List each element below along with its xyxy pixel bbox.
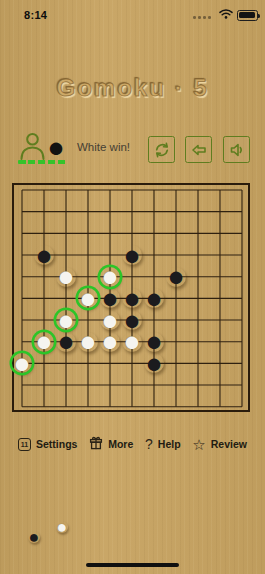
player-icon <box>19 131 46 161</box>
stone-white-winning: ● <box>56 310 76 330</box>
stone-black: ● <box>166 267 186 287</box>
review-button[interactable]: ☆ Review <box>192 437 247 452</box>
help-button[interactable]: ? Help <box>145 437 181 451</box>
stone-white-winning: ● <box>100 267 120 287</box>
more-button[interactable]: More <box>89 435 133 453</box>
more-label: More <box>108 438 133 450</box>
turn-indicator-underline <box>18 160 67 164</box>
restart-button[interactable] <box>148 136 175 163</box>
stone-white: ● <box>122 332 142 352</box>
decor-stone-white: ● <box>56 521 68 533</box>
settings-button[interactable]: 11 Settings <box>18 438 77 451</box>
current-player-stone: ● <box>46 137 66 157</box>
home-indicator[interactable] <box>86 563 179 567</box>
speaker-icon <box>228 141 246 159</box>
undo-button[interactable] <box>185 136 212 163</box>
stone-white-winning: ● <box>34 332 54 352</box>
stone-white-winning: ● <box>12 353 32 373</box>
question-icon: ? <box>145 437 153 451</box>
wifi-icon <box>219 9 233 19</box>
stone-white-winning: ● <box>78 288 98 308</box>
app-screen: 8:14 Gomoku · 5 ● White win! <box>0 0 265 574</box>
stone-black: ● <box>34 245 54 265</box>
stone-black: ● <box>122 245 142 265</box>
stone-black: ● <box>144 288 164 308</box>
star-icon: ☆ <box>192 437 205 452</box>
stone-white: ● <box>78 332 98 352</box>
sound-button[interactable] <box>223 136 250 163</box>
cellular-signal-icon <box>193 16 211 19</box>
undo-arrow-icon <box>190 141 208 159</box>
app-title: Gomoku · 5 <box>0 74 265 102</box>
settings-label: Settings <box>36 438 77 450</box>
stone-black: ● <box>144 353 164 373</box>
clock-time: 8:14 <box>24 9 47 21</box>
decor-stone-black: ● <box>28 531 40 543</box>
gift-icon <box>89 435 103 453</box>
board-size-badge-icon: 11 <box>18 438 31 451</box>
bottom-menu: 11 Settings More ? Help ☆ Review <box>0 434 265 454</box>
stone-white: ● <box>100 332 120 352</box>
stone-white: ● <box>56 267 76 287</box>
game-status-text: White win! <box>77 141 130 153</box>
review-label: Review <box>211 438 247 450</box>
battery-icon <box>237 10 258 21</box>
restart-icon <box>153 141 171 159</box>
help-label: Help <box>158 438 181 450</box>
game-board[interactable]: ●●●●●●●●●●●●●●●●●●●● <box>22 190 242 407</box>
